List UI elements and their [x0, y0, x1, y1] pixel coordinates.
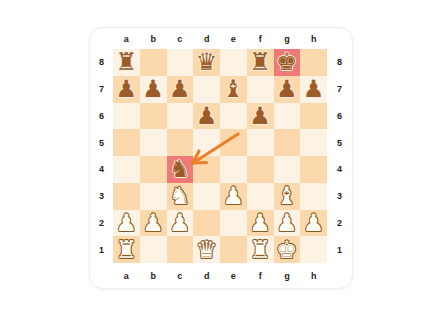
- file-label-a: a: [113, 263, 140, 288]
- square-b2[interactable]: ♟: [140, 210, 167, 237]
- square-a2[interactable]: ♟: [113, 210, 140, 237]
- square-h4[interactable]: [300, 156, 327, 183]
- file-label-b: b: [140, 263, 167, 288]
- file-label-c: c: [167, 28, 194, 49]
- square-d6[interactable]: ♟: [193, 103, 220, 130]
- piece-black-pawn: ♟: [276, 77, 298, 101]
- rank-label-8: 8: [327, 49, 352, 76]
- piece-white-pawn: ♟: [303, 211, 325, 235]
- square-a5[interactable]: [113, 129, 140, 156]
- square-f3[interactable]: [247, 183, 274, 210]
- piece-white-pawn: ♟: [169, 211, 191, 235]
- square-c7[interactable]: ♟: [167, 76, 194, 103]
- square-b7[interactable]: ♟: [140, 76, 167, 103]
- square-c8[interactable]: [167, 49, 194, 76]
- file-label-d: d: [193, 263, 220, 288]
- piece-black-knight: ♞: [169, 157, 191, 181]
- piece-black-rook: ♜: [249, 50, 271, 74]
- square-d5[interactable]: [193, 129, 220, 156]
- square-h8[interactable]: [300, 49, 327, 76]
- square-a6[interactable]: [113, 103, 140, 130]
- piece-black-pawn: ♟: [169, 77, 191, 101]
- square-e6[interactable]: [220, 103, 247, 130]
- piece-black-pawn: ♟: [196, 104, 218, 128]
- piece-white-rook: ♜: [116, 238, 138, 262]
- square-c3[interactable]: ♞: [167, 183, 194, 210]
- square-a3[interactable]: [113, 183, 140, 210]
- square-d3[interactable]: [193, 183, 220, 210]
- square-b1[interactable]: [140, 236, 167, 263]
- rank-label-3: 3: [90, 183, 113, 210]
- rank-label-1: 1: [327, 236, 352, 263]
- square-f4[interactable]: [247, 156, 274, 183]
- square-a1[interactable]: ♜: [113, 236, 140, 263]
- piece-white-pawn: ♟: [223, 184, 245, 208]
- square-d7[interactable]: [193, 76, 220, 103]
- rank-label-4: 4: [327, 156, 352, 183]
- square-g1[interactable]: ♚: [274, 236, 301, 263]
- square-e3[interactable]: ♟: [220, 183, 247, 210]
- square-b3[interactable]: [140, 183, 167, 210]
- square-h6[interactable]: [300, 103, 327, 130]
- file-label-a: a: [113, 28, 140, 49]
- rank-label-4: 4: [90, 156, 113, 183]
- square-d8[interactable]: ♛: [193, 49, 220, 76]
- file-label-b: b: [140, 28, 167, 49]
- file-label-h: h: [300, 263, 327, 288]
- piece-black-queen: ♛: [196, 50, 218, 74]
- rank-label-6: 6: [327, 103, 352, 130]
- square-e8[interactable]: [220, 49, 247, 76]
- piece-black-pawn: ♟: [142, 77, 164, 101]
- rank-label-5: 5: [327, 129, 352, 156]
- piece-black-rook: ♜: [116, 50, 138, 74]
- file-label-f: f: [247, 263, 274, 288]
- rank-labels-left: 87654321: [90, 49, 113, 263]
- piece-black-king: ♚: [276, 50, 298, 74]
- file-label-h: h: [300, 28, 327, 49]
- square-f2[interactable]: ♟: [247, 210, 274, 237]
- rank-labels-right: 87654321: [327, 49, 352, 263]
- square-g7[interactable]: ♟: [274, 76, 301, 103]
- square-h1[interactable]: [300, 236, 327, 263]
- page: { "game": "chess", "position": "r2q1rk1/…: [0, 0, 441, 315]
- square-a8[interactable]: ♜: [113, 49, 140, 76]
- file-labels-bottom: abcdefgh: [113, 263, 327, 288]
- square-c5[interactable]: [167, 129, 194, 156]
- square-e1[interactable]: [220, 236, 247, 263]
- square-g6[interactable]: [274, 103, 301, 130]
- square-b6[interactable]: [140, 103, 167, 130]
- square-a4[interactable]: [113, 156, 140, 183]
- rank-label-2: 2: [327, 210, 352, 237]
- piece-white-rook: ♜: [249, 238, 271, 262]
- square-b4[interactable]: [140, 156, 167, 183]
- square-g3[interactable]: ♝: [274, 183, 301, 210]
- square-f8[interactable]: ♜: [247, 49, 274, 76]
- file-label-g: g: [274, 263, 301, 288]
- piece-black-pawn: ♟: [249, 104, 271, 128]
- rank-label-2: 2: [90, 210, 113, 237]
- square-g8[interactable]: ♚: [274, 49, 301, 76]
- square-e2[interactable]: [220, 210, 247, 237]
- square-h5[interactable]: [300, 129, 327, 156]
- square-d2[interactable]: [193, 210, 220, 237]
- piece-white-queen: ♛: [196, 238, 218, 262]
- rank-label-6: 6: [90, 103, 113, 130]
- piece-black-bishop: ♝: [223, 77, 245, 101]
- piece-white-bishop: ♝: [276, 184, 298, 208]
- piece-black-pawn: ♟: [303, 77, 325, 101]
- square-b5[interactable]: [140, 129, 167, 156]
- square-e4[interactable]: [220, 156, 247, 183]
- square-e5[interactable]: [220, 129, 247, 156]
- piece-white-knight: ♞: [169, 184, 191, 208]
- chessboard-card: abcdefgh 87654321 ♜♛♜♚♟♟♟♝♟♟♟♟♞♞♟♝♟♟♟♟♟♟…: [89, 27, 353, 289]
- file-label-c: c: [167, 263, 194, 288]
- square-a7[interactable]: ♟: [113, 76, 140, 103]
- square-c2[interactable]: ♟: [167, 210, 194, 237]
- file-label-e: e: [220, 263, 247, 288]
- square-c6[interactable]: [167, 103, 194, 130]
- square-d4[interactable]: [193, 156, 220, 183]
- square-d1[interactable]: ♛: [193, 236, 220, 263]
- piece-white-pawn: ♟: [116, 211, 138, 235]
- piece-black-pawn: ♟: [116, 77, 138, 101]
- file-label-f: f: [247, 28, 274, 49]
- square-f1[interactable]: ♜: [247, 236, 274, 263]
- file-labels-top: abcdefgh: [113, 28, 327, 49]
- square-h3[interactable]: [300, 183, 327, 210]
- square-h2[interactable]: ♟: [300, 210, 327, 237]
- rank-label-8: 8: [90, 49, 113, 76]
- square-f7[interactable]: [247, 76, 274, 103]
- square-g4[interactable]: [274, 156, 301, 183]
- piece-white-pawn: ♟: [276, 211, 298, 235]
- rank-label-7: 7: [90, 76, 113, 103]
- file-label-g: g: [274, 28, 301, 49]
- square-g2[interactable]: ♟: [274, 210, 301, 237]
- square-e7[interactable]: ♝: [220, 76, 247, 103]
- rank-label-7: 7: [327, 76, 352, 103]
- square-b8[interactable]: [140, 49, 167, 76]
- square-c4[interactable]: ♞: [167, 156, 194, 183]
- file-label-e: e: [220, 28, 247, 49]
- file-label-d: d: [193, 28, 220, 49]
- rank-label-1: 1: [90, 236, 113, 263]
- piece-white-pawn: ♟: [142, 211, 164, 235]
- rank-label-5: 5: [90, 129, 113, 156]
- piece-white-pawn: ♟: [249, 211, 271, 235]
- square-h7[interactable]: ♟: [300, 76, 327, 103]
- rank-label-3: 3: [327, 183, 352, 210]
- piece-white-king: ♚: [276, 238, 298, 262]
- square-f6[interactable]: ♟: [247, 103, 274, 130]
- chess-board: ♜♛♜♚♟♟♟♝♟♟♟♟♞♞♟♝♟♟♟♟♟♟♜♛♜♚: [113, 49, 327, 263]
- square-c1[interactable]: [167, 236, 194, 263]
- square-f5[interactable]: [247, 129, 274, 156]
- square-g5[interactable]: [274, 129, 301, 156]
